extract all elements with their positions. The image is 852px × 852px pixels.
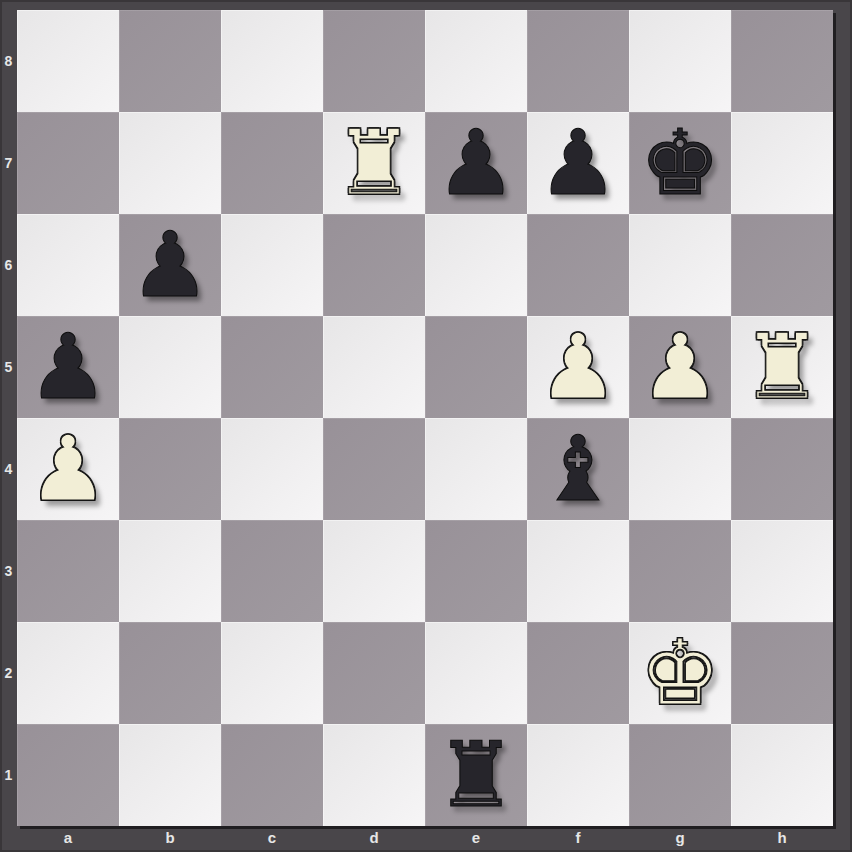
square-g3[interactable]: [629, 520, 731, 622]
chess-board: ♜♟♟♚♟♟♟♟♜♟♝♚♜: [17, 10, 833, 826]
piece-white-pawn-g5[interactable]: ♟: [640, 316, 721, 418]
square-c1[interactable]: [221, 724, 323, 826]
piece-black-pawn-b6[interactable]: ♟: [130, 214, 211, 316]
square-g7[interactable]: ♚: [629, 112, 731, 214]
square-b4[interactable]: [119, 418, 221, 520]
rank-label-7: 7: [0, 112, 17, 214]
piece-black-pawn-a5[interactable]: ♟: [28, 316, 109, 418]
square-f4[interactable]: ♝: [527, 418, 629, 520]
piece-black-pawn-e7[interactable]: ♟: [436, 112, 517, 214]
piece-black-rook-e1[interactable]: ♜: [436, 724, 517, 826]
square-c2[interactable]: [221, 622, 323, 724]
square-d3[interactable]: [323, 520, 425, 622]
square-g4[interactable]: [629, 418, 731, 520]
square-f5[interactable]: ♟: [527, 316, 629, 418]
square-d5[interactable]: [323, 316, 425, 418]
square-h2[interactable]: [731, 622, 833, 724]
square-a3[interactable]: [17, 520, 119, 622]
square-h5[interactable]: ♜: [731, 316, 833, 418]
square-h7[interactable]: [731, 112, 833, 214]
square-e6[interactable]: [425, 214, 527, 316]
piece-white-king-g2[interactable]: ♚: [640, 622, 721, 724]
square-g2[interactable]: ♚: [629, 622, 731, 724]
square-b2[interactable]: [119, 622, 221, 724]
file-label-g: g: [629, 826, 731, 852]
square-b7[interactable]: [119, 112, 221, 214]
square-a8[interactable]: [17, 10, 119, 112]
square-c3[interactable]: [221, 520, 323, 622]
rank-label-2: 2: [0, 622, 17, 724]
square-b1[interactable]: [119, 724, 221, 826]
piece-black-pawn-f7[interactable]: ♟: [538, 112, 619, 214]
file-label-h: h: [731, 826, 833, 852]
square-d2[interactable]: [323, 622, 425, 724]
square-f2[interactable]: [527, 622, 629, 724]
square-a2[interactable]: [17, 622, 119, 724]
square-e5[interactable]: [425, 316, 527, 418]
square-h6[interactable]: [731, 214, 833, 316]
square-g6[interactable]: [629, 214, 731, 316]
file-label-f: f: [527, 826, 629, 852]
square-c7[interactable]: [221, 112, 323, 214]
piece-white-pawn-a4[interactable]: ♟: [28, 418, 109, 520]
square-g1[interactable]: [629, 724, 731, 826]
square-f3[interactable]: [527, 520, 629, 622]
square-e1[interactable]: ♜: [425, 724, 527, 826]
square-f1[interactable]: [527, 724, 629, 826]
square-h8[interactable]: [731, 10, 833, 112]
square-e2[interactable]: [425, 622, 527, 724]
square-h4[interactable]: [731, 418, 833, 520]
file-label-d: d: [323, 826, 425, 852]
piece-white-rook-h5[interactable]: ♜: [742, 316, 823, 418]
square-h3[interactable]: [731, 520, 833, 622]
piece-white-pawn-f5[interactable]: ♟: [538, 316, 619, 418]
square-f6[interactable]: [527, 214, 629, 316]
square-f7[interactable]: ♟: [527, 112, 629, 214]
square-d8[interactable]: [323, 10, 425, 112]
rank-label-6: 6: [0, 214, 17, 316]
square-c4[interactable]: [221, 418, 323, 520]
square-d6[interactable]: [323, 214, 425, 316]
square-d1[interactable]: [323, 724, 425, 826]
square-c6[interactable]: [221, 214, 323, 316]
piece-black-bishop-f4[interactable]: ♝: [538, 418, 619, 520]
square-b8[interactable]: [119, 10, 221, 112]
rank-label-4: 4: [0, 418, 17, 520]
rank-label-5: 5: [0, 316, 17, 418]
chess-board-frame: ♜♟♟♚♟♟♟♟♜♟♝♚♜ 87654321 abcdefgh: [0, 0, 852, 852]
file-label-a: a: [17, 826, 119, 852]
square-e4[interactable]: [425, 418, 527, 520]
square-a7[interactable]: [17, 112, 119, 214]
square-e3[interactable]: [425, 520, 527, 622]
square-e7[interactable]: ♟: [425, 112, 527, 214]
square-c8[interactable]: [221, 10, 323, 112]
square-a5[interactable]: ♟: [17, 316, 119, 418]
square-g8[interactable]: [629, 10, 731, 112]
square-d7[interactable]: ♜: [323, 112, 425, 214]
file-label-e: e: [425, 826, 527, 852]
file-label-c: c: [221, 826, 323, 852]
square-e8[interactable]: [425, 10, 527, 112]
square-b6[interactable]: ♟: [119, 214, 221, 316]
square-a6[interactable]: [17, 214, 119, 316]
square-a1[interactable]: [17, 724, 119, 826]
square-b3[interactable]: [119, 520, 221, 622]
square-f8[interactable]: [527, 10, 629, 112]
piece-white-rook-d7[interactable]: ♜: [334, 112, 415, 214]
square-g5[interactable]: ♟: [629, 316, 731, 418]
rank-label-1: 1: [0, 724, 17, 826]
rank-label-8: 8: [0, 10, 17, 112]
piece-black-king-g7[interactable]: ♚: [640, 112, 721, 214]
file-label-b: b: [119, 826, 221, 852]
square-b5[interactable]: [119, 316, 221, 418]
square-d4[interactable]: [323, 418, 425, 520]
square-a4[interactable]: ♟: [17, 418, 119, 520]
rank-label-3: 3: [0, 520, 17, 622]
square-h1[interactable]: [731, 724, 833, 826]
square-c5[interactable]: [221, 316, 323, 418]
